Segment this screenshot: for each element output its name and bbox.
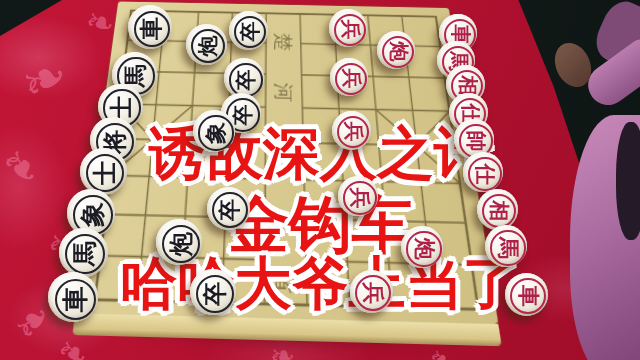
- piece-black-pao: 炮: [186, 24, 227, 65]
- piece-face: 仕: [468, 157, 502, 191]
- piece-red-bing: 兵: [350, 270, 393, 313]
- piece-face: 炮: [406, 231, 441, 266]
- piece-character: 炮: [165, 232, 197, 256]
- piece-red-bing: 兵: [338, 176, 378, 216]
- piece-character: 馬: [68, 241, 101, 266]
- piece-character: 車: [58, 286, 93, 312]
- piece-character: 兵: [358, 282, 388, 304]
- piece-face: 車: [134, 11, 171, 48]
- piece-black-xiang: 象: [193, 110, 235, 152]
- video-frame: ❧❧❧❧❧❧❧❧ 楚河汉界 車馬士将士象馬車炮象炮卒卒卒卒卒兵兵兵兵兵炮炮車馬相…: [0, 0, 640, 360]
- piece-character: 卒: [199, 282, 231, 306]
- piece-face: 卒: [196, 275, 234, 313]
- piece-character: 炮: [384, 42, 411, 62]
- piece-black-ma: 馬: [59, 228, 108, 277]
- piece-face: 兵: [337, 116, 370, 149]
- piece-black-ju: 車: [128, 5, 172, 49]
- piece-red-bing: 兵: [332, 111, 371, 150]
- river-label: 楚: [270, 30, 297, 55]
- piece-character: 炮: [409, 238, 439, 260]
- piece-character: 兵: [346, 187, 374, 208]
- piece-character: 馬: [493, 237, 523, 259]
- piece-face: 車: [55, 279, 96, 320]
- piece-character: 兵: [336, 20, 363, 40]
- piece-face: 炮: [382, 36, 414, 68]
- piece-character: 卒: [236, 22, 263, 42]
- piece-face: 象: [198, 115, 233, 150]
- piece-red-xiang: 相: [477, 189, 518, 230]
- piece-red-bing: 兵: [330, 58, 368, 96]
- piece-face: 卒: [229, 63, 263, 97]
- piece-character: 車: [513, 285, 543, 307]
- piece-character: 卒: [215, 199, 245, 221]
- piece-red-pao: 炮: [377, 31, 415, 69]
- piece-red-ju: 車: [505, 273, 548, 316]
- piece-face: 士: [86, 154, 125, 193]
- piece-character: 兵: [337, 69, 364, 89]
- piece-black-zu: 卒: [190, 269, 236, 315]
- piece-face: 兵: [343, 181, 377, 215]
- piece-red-bing: 兵: [329, 9, 367, 47]
- piece-character: 士: [89, 161, 121, 185]
- piece-face: 車: [510, 278, 546, 314]
- piece-character: 帥: [462, 130, 490, 151]
- piece-character: 卒: [232, 69, 260, 90]
- piece-red-ma: 馬: [485, 225, 527, 267]
- piece-character: 象: [76, 202, 109, 227]
- piece-face: 兵: [334, 14, 366, 46]
- piece-red-pao: 炮: [401, 226, 443, 268]
- piece-black-pao: 炮: [156, 219, 202, 265]
- piece-black-ju: 車: [48, 272, 98, 322]
- piece-red-shi: 仕: [463, 152, 503, 192]
- piece-black-zu: 卒: [224, 58, 264, 98]
- piece-character: 炮: [194, 35, 222, 56]
- piece-character: 象: [201, 122, 231, 144]
- piece-face: 炮: [162, 225, 200, 263]
- piece-character: 仕: [471, 163, 499, 184]
- piece-black-zu: 卒: [229, 11, 268, 50]
- piece-face: 兵: [335, 63, 367, 95]
- piece-character: 車: [136, 17, 167, 40]
- piece-face: 馬: [490, 230, 525, 265]
- piece-face: 兵: [355, 275, 391, 311]
- piece-character: 相: [485, 200, 513, 221]
- piece-face: 馬: [65, 234, 105, 274]
- piece-black-zu: 卒: [207, 187, 250, 230]
- piece-face: 卒: [234, 16, 267, 49]
- river-label: 河: [270, 79, 298, 106]
- piece-black-shi: 士: [80, 148, 127, 195]
- piece-face: 卒: [212, 192, 248, 228]
- piece-character: 兵: [339, 122, 366, 142]
- piece-face: 相: [482, 194, 516, 228]
- piece-face: 炮: [191, 29, 225, 63]
